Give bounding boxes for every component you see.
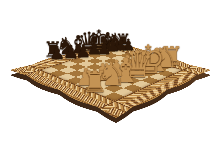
product-photo: ♜♞♝♛♚♝♞♜♟♟♟♟♟♟♟♟♟♟♟♟♟♟♟♟♜♞♝♛♚♝♞♜ Hand-ca… bbox=[0, 0, 220, 147]
pieces-layer: ♜♞♝♛♚♝♞♜♟♟♟♟♟♟♟♟♟♟♟♟♟♟♟♟♜♞♝♛♚♝♞♜ bbox=[0, 0, 220, 147]
piece-white-rook: ♜ bbox=[82, 67, 109, 97]
piece-black-pawn: ♟ bbox=[49, 45, 66, 64]
